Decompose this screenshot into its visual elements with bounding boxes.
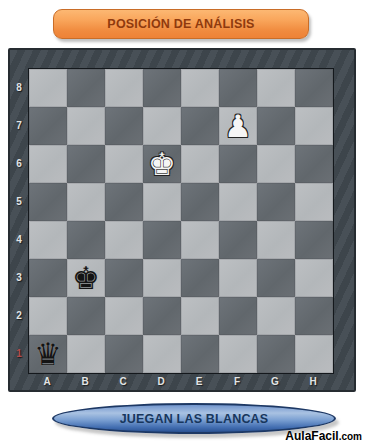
- square-g4[interactable]: [257, 221, 295, 259]
- square-f5[interactable]: [219, 183, 257, 221]
- square-b4[interactable]: [67, 221, 105, 259]
- square-f8[interactable]: [219, 69, 257, 107]
- square-g1[interactable]: [257, 335, 295, 373]
- square-f7[interactable]: ♟: [219, 107, 257, 145]
- square-b5[interactable]: [67, 183, 105, 221]
- square-e1[interactable]: [181, 335, 219, 373]
- square-f6[interactable]: [219, 145, 257, 183]
- square-b2[interactable]: [67, 297, 105, 335]
- square-a2[interactable]: [29, 297, 67, 335]
- rank-label-1: 1: [10, 334, 28, 372]
- square-d6[interactable]: ♚: [143, 145, 181, 183]
- square-d4[interactable]: [143, 221, 181, 259]
- square-c3[interactable]: [105, 259, 143, 297]
- square-d2[interactable]: [143, 297, 181, 335]
- square-d3[interactable]: [143, 259, 181, 297]
- square-a5[interactable]: [29, 183, 67, 221]
- square-h1[interactable]: [295, 335, 333, 373]
- square-d7[interactable]: [143, 107, 181, 145]
- square-g2[interactable]: [257, 297, 295, 335]
- square-c5[interactable]: [105, 183, 143, 221]
- square-h3[interactable]: [295, 259, 333, 297]
- square-e2[interactable]: [181, 297, 219, 335]
- rank-label-4: 4: [10, 220, 28, 258]
- square-a8[interactable]: [29, 69, 67, 107]
- square-g6[interactable]: [257, 145, 295, 183]
- square-h7[interactable]: [295, 107, 333, 145]
- square-h6[interactable]: [295, 145, 333, 183]
- white-to-move-label: JUEGAN LAS BLANCAS: [120, 412, 269, 426]
- rank-labels: 87654321: [10, 68, 28, 372]
- rank-label-5: 5: [10, 182, 28, 220]
- square-f1[interactable]: [219, 335, 257, 373]
- square-f3[interactable]: [219, 259, 257, 297]
- square-a1[interactable]: ♛: [29, 335, 67, 373]
- square-a6[interactable]: [29, 145, 67, 183]
- white-pawn: ♟: [224, 107, 252, 145]
- rank-label-7: 7: [10, 106, 28, 144]
- square-e6[interactable]: [181, 145, 219, 183]
- square-h4[interactable]: [295, 221, 333, 259]
- square-d8[interactable]: [143, 69, 181, 107]
- square-b7[interactable]: [67, 107, 105, 145]
- square-b6[interactable]: [67, 145, 105, 183]
- square-c4[interactable]: [105, 221, 143, 259]
- square-h5[interactable]: [295, 183, 333, 221]
- square-h8[interactable]: [295, 69, 333, 107]
- chess-board: 87654321 ♟♚♚♛ ABCDEFGH: [8, 48, 356, 392]
- file-label-c: C: [104, 372, 142, 390]
- rank-label-3: 3: [10, 258, 28, 296]
- square-e7[interactable]: [181, 107, 219, 145]
- credit-name: AulaFacil: [285, 429, 338, 443]
- square-a7[interactable]: [29, 107, 67, 145]
- square-b1[interactable]: [67, 335, 105, 373]
- square-a4[interactable]: [29, 221, 67, 259]
- square-c6[interactable]: [105, 145, 143, 183]
- square-e8[interactable]: [181, 69, 219, 107]
- rank-label-8: 8: [10, 68, 28, 106]
- file-label-e: E: [180, 372, 218, 390]
- square-b3[interactable]: ♚: [67, 259, 105, 297]
- aulafacil-credit: AulaFacil .com: [285, 429, 362, 443]
- board-squares: ♟♚♚♛: [28, 68, 334, 374]
- square-h2[interactable]: [295, 297, 333, 335]
- file-label-a: A: [28, 372, 66, 390]
- square-c1[interactable]: [105, 335, 143, 373]
- square-f4[interactable]: [219, 221, 257, 259]
- square-f2[interactable]: [219, 297, 257, 335]
- file-labels: ABCDEFGH: [28, 372, 332, 390]
- black-queen: ♛: [34, 335, 62, 373]
- square-d1[interactable]: [143, 335, 181, 373]
- square-g3[interactable]: [257, 259, 295, 297]
- square-e4[interactable]: [181, 221, 219, 259]
- analysis-position-banner: POSICIÓN DE ANÁLISIS: [53, 9, 309, 39]
- rank-label-6: 6: [10, 144, 28, 182]
- black-king: ♚: [72, 259, 100, 297]
- square-c8[interactable]: [105, 69, 143, 107]
- square-a3[interactable]: [29, 259, 67, 297]
- square-g5[interactable]: [257, 183, 295, 221]
- file-label-f: F: [218, 372, 256, 390]
- square-e3[interactable]: [181, 259, 219, 297]
- square-g7[interactable]: [257, 107, 295, 145]
- rank-label-2: 2: [10, 296, 28, 334]
- square-e5[interactable]: [181, 183, 219, 221]
- analysis-position-label: POSICIÓN DE ANÁLISIS: [107, 17, 254, 31]
- square-c7[interactable]: [105, 107, 143, 145]
- file-label-d: D: [142, 372, 180, 390]
- credit-suffix: .com: [339, 431, 362, 442]
- white-king: ♚: [148, 145, 176, 183]
- file-label-b: B: [66, 372, 104, 390]
- file-label-h: H: [294, 372, 332, 390]
- square-c2[interactable]: [105, 297, 143, 335]
- file-label-g: G: [256, 372, 294, 390]
- square-d5[interactable]: [143, 183, 181, 221]
- square-b8[interactable]: [67, 69, 105, 107]
- square-g8[interactable]: [257, 69, 295, 107]
